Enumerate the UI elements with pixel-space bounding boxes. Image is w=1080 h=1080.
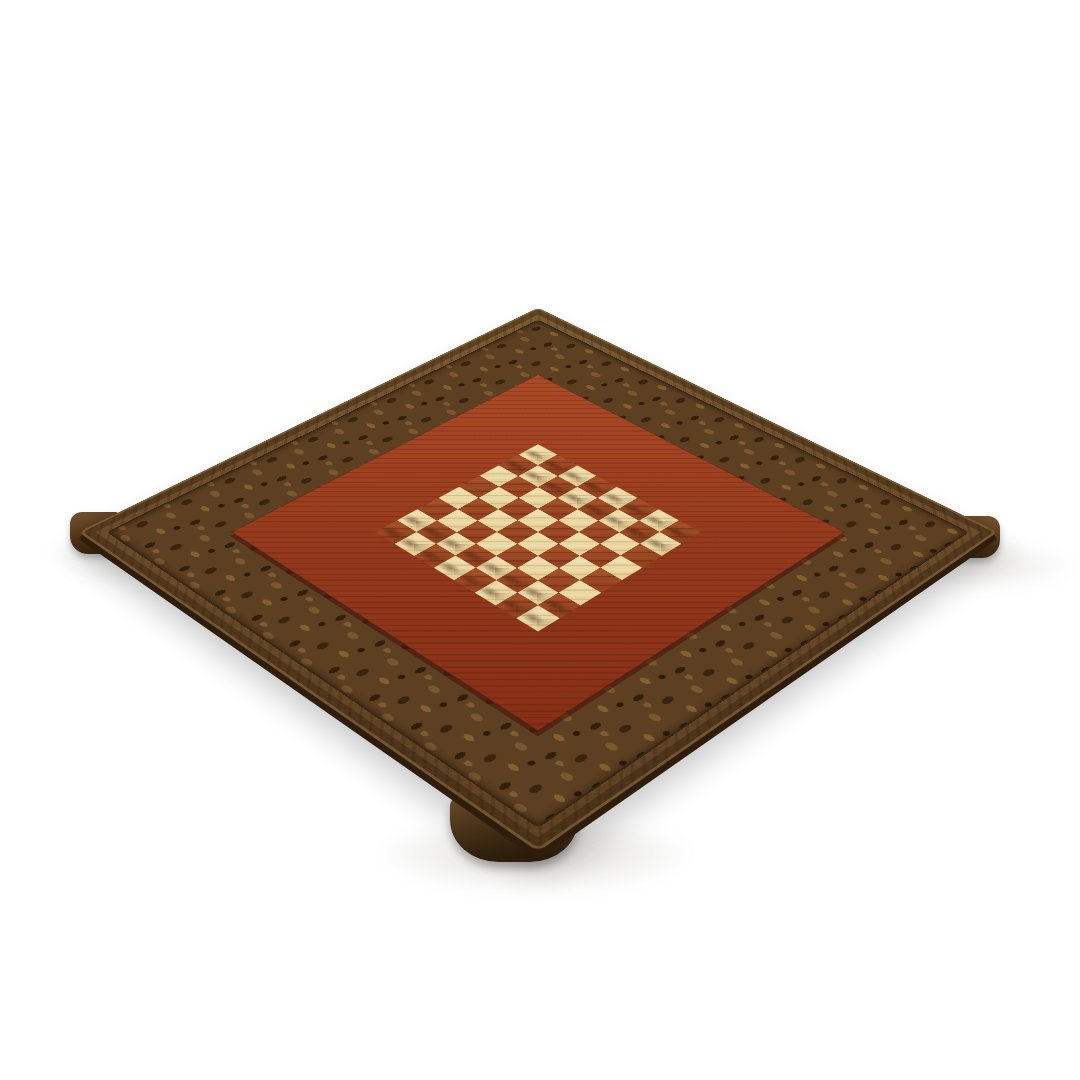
carved-ornament-border: ♜♟♞♟♝♟♛♟♚♟♝♟♟♞♜♟♟♜♞♟♟♝♟♛♟♚♟♝♟♞♟♜ — [109, 321, 966, 826]
chess-set-photo: ♜♟♞♟♝♟♛♟♚♟♝♟♟♞♜♟♟♜♞♟♟♝♟♛♟♚♟♝♟♞♟♜ — [0, 0, 1080, 1080]
board-frame-molding: ♜♟♞♟♝♟♛♟♚♟♝♟♟♞♜♟♟♜♞♟♟♝♟♛♟♚♟♝♟♞♟♜ — [78, 308, 997, 852]
piece-black-pawn[interactable]: ♟ — [634, 492, 686, 549]
square-h5[interactable] — [600, 556, 642, 580]
square-h1[interactable]: ♜ — [517, 605, 560, 631]
square-h6[interactable] — [621, 544, 662, 568]
piece-white-rook[interactable]: ♜ — [505, 553, 569, 625]
chess-board-3d: ♜♟♞♟♝♟♛♟♚♟♝♟♟♞♜♟♟♜♞♟♟♝♟♛♟♚♟♝♟♞♟♜ — [78, 308, 997, 852]
chessboard-grid: ♜♟♞♟♝♟♛♟♚♟♝♟♟♞♜♟♟♜♞♟♟♝♟♛♟♚♟♝♟♞♟♜ — [375, 444, 700, 631]
board-margin: ♜♟♞♟♝♟♛♟♚♟♝♟♟♞♜♟♟♜♞♟♟♝♟♛♟♚♟♝♟♞♟♜ — [231, 374, 845, 731]
square-h7[interactable]: ♟ — [640, 532, 681, 556]
